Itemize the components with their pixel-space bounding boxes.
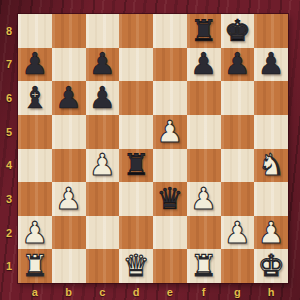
black-pawn-f7[interactable]: ♟ <box>190 49 217 79</box>
square-a5[interactable] <box>18 115 52 149</box>
square-a8[interactable] <box>18 14 52 48</box>
square-h5[interactable] <box>254 115 288 149</box>
square-h2[interactable]: ♟ <box>254 216 288 250</box>
white-knight-h4[interactable]: ♞ <box>258 150 285 180</box>
file-label-d: d <box>119 283 153 300</box>
rank-label-2: 2 <box>0 216 18 250</box>
square-d1[interactable]: ♛ <box>119 249 153 283</box>
square-d6[interactable] <box>119 81 153 115</box>
rank-label-5: 5 <box>0 115 18 149</box>
square-c2[interactable] <box>86 216 120 250</box>
file-label-f: f <box>187 283 221 300</box>
square-a2[interactable]: ♟ <box>18 216 52 250</box>
white-pawn-e5[interactable]: ♟ <box>156 117 183 147</box>
square-a6[interactable]: ♝ <box>18 81 52 115</box>
square-d4[interactable]: ♜ <box>119 149 153 183</box>
square-c1[interactable] <box>86 249 120 283</box>
black-pawn-c6[interactable]: ♟ <box>89 83 116 113</box>
square-h3[interactable] <box>254 182 288 216</box>
square-g6[interactable] <box>221 81 255 115</box>
square-f8[interactable]: ♜ <box>187 14 221 48</box>
square-f6[interactable] <box>187 81 221 115</box>
file-label-c: c <box>86 283 120 300</box>
square-b5[interactable] <box>52 115 86 149</box>
square-e1[interactable] <box>153 249 187 283</box>
square-a4[interactable] <box>18 149 52 183</box>
rank-label-8: 8 <box>0 14 18 48</box>
file-label-e: e <box>153 283 187 300</box>
white-rook-a1[interactable]: ♜ <box>21 251 48 281</box>
square-d8[interactable] <box>119 14 153 48</box>
square-h1[interactable]: ♚ <box>254 249 288 283</box>
square-b6[interactable]: ♟ <box>52 81 86 115</box>
white-pawn-h2[interactable]: ♟ <box>258 218 285 248</box>
black-queen-e3[interactable]: ♛ <box>156 184 183 214</box>
square-g4[interactable] <box>221 149 255 183</box>
square-c7[interactable]: ♟ <box>86 48 120 82</box>
square-f4[interactable] <box>187 149 221 183</box>
square-a1[interactable]: ♜ <box>18 249 52 283</box>
square-c4[interactable]: ♟ <box>86 149 120 183</box>
square-c6[interactable]: ♟ <box>86 81 120 115</box>
rank-label-7: 7 <box>0 48 18 82</box>
square-f7[interactable]: ♟ <box>187 48 221 82</box>
file-labels: abcdefgh <box>18 283 288 300</box>
black-pawn-g7[interactable]: ♟ <box>224 49 251 79</box>
square-h7[interactable]: ♟ <box>254 48 288 82</box>
white-pawn-b3[interactable]: ♟ <box>55 184 82 214</box>
black-rook-f8[interactable]: ♜ <box>190 16 217 46</box>
square-b2[interactable] <box>52 216 86 250</box>
square-d7[interactable] <box>119 48 153 82</box>
black-pawn-a7[interactable]: ♟ <box>21 49 48 79</box>
white-rook-f1[interactable]: ♜ <box>190 251 217 281</box>
square-g2[interactable]: ♟ <box>221 216 255 250</box>
white-pawn-g2[interactable]: ♟ <box>224 218 251 248</box>
square-e5[interactable]: ♟ <box>153 115 187 149</box>
black-king-g8[interactable]: ♚ <box>224 16 251 46</box>
square-f2[interactable] <box>187 216 221 250</box>
square-g8[interactable]: ♚ <box>221 14 255 48</box>
square-h4[interactable]: ♞ <box>254 149 288 183</box>
square-g1[interactable] <box>221 249 255 283</box>
white-king-h1[interactable]: ♚ <box>258 251 285 281</box>
square-e3[interactable]: ♛ <box>153 182 187 216</box>
square-g3[interactable] <box>221 182 255 216</box>
black-pawn-b6[interactable]: ♟ <box>55 83 82 113</box>
white-pawn-a2[interactable]: ♟ <box>21 218 48 248</box>
rank-labels: 87654321 <box>0 14 18 283</box>
square-c3[interactable] <box>86 182 120 216</box>
square-c5[interactable] <box>86 115 120 149</box>
square-e4[interactable] <box>153 149 187 183</box>
square-b7[interactable] <box>52 48 86 82</box>
file-label-a: a <box>18 283 52 300</box>
rank-label-1: 1 <box>0 249 18 283</box>
square-f1[interactable]: ♜ <box>187 249 221 283</box>
square-d3[interactable] <box>119 182 153 216</box>
rank-label-4: 4 <box>0 149 18 183</box>
square-c8[interactable] <box>86 14 120 48</box>
file-label-b: b <box>52 283 86 300</box>
square-e6[interactable] <box>153 81 187 115</box>
white-pawn-c4[interactable]: ♟ <box>89 150 116 180</box>
white-queen-d1[interactable]: ♛ <box>123 251 150 281</box>
square-g7[interactable]: ♟ <box>221 48 255 82</box>
square-e2[interactable] <box>153 216 187 250</box>
chessboard: ♜♚♟♟♟♟♟♝♟♟♟♟♜♞♟♛♟♟♟♟♜♛♜♚ <box>18 14 288 283</box>
rank-label-6: 6 <box>0 81 18 115</box>
square-e7[interactable] <box>153 48 187 82</box>
square-d2[interactable] <box>119 216 153 250</box>
black-pawn-h7[interactable]: ♟ <box>258 49 285 79</box>
black-rook-d4[interactable]: ♜ <box>123 150 150 180</box>
square-a7[interactable]: ♟ <box>18 48 52 82</box>
rank-label-3: 3 <box>0 182 18 216</box>
square-a3[interactable] <box>18 182 52 216</box>
white-pawn-f3[interactable]: ♟ <box>190 184 217 214</box>
square-d5[interactable] <box>119 115 153 149</box>
black-bishop-a6[interactable]: ♝ <box>21 83 48 113</box>
chessboard-frame: 87654321 ♜♚♟♟♟♟♟♝♟♟♟♟♜♞♟♛♟♟♟♟♜♛♜♚ abcdef… <box>0 0 300 300</box>
square-e8[interactable] <box>153 14 187 48</box>
square-b1[interactable] <box>52 249 86 283</box>
file-label-h: h <box>254 283 288 300</box>
square-b3[interactable]: ♟ <box>52 182 86 216</box>
square-f3[interactable]: ♟ <box>187 182 221 216</box>
square-f5[interactable] <box>187 115 221 149</box>
square-b4[interactable] <box>52 149 86 183</box>
square-b8[interactable] <box>52 14 86 48</box>
square-g5[interactable] <box>221 115 255 149</box>
file-label-g: g <box>221 283 255 300</box>
square-h6[interactable] <box>254 81 288 115</box>
black-pawn-c7[interactable]: ♟ <box>89 49 116 79</box>
square-h8[interactable] <box>254 14 288 48</box>
